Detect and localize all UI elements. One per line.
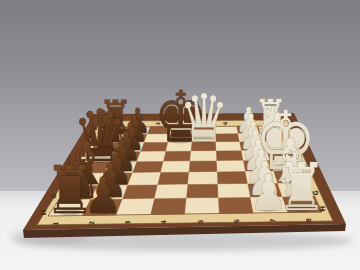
square-f5 [188,172,218,185]
square-e5 [189,161,217,172]
piece-brown-pawn-h2: ♟ [84,166,122,224]
square-g4 [155,185,188,199]
square-f4 [158,172,189,185]
piece-cream-rook-h8: ♜ [277,148,327,225]
piece-cream-queen-b5: ♛ [179,79,229,156]
square-e4 [161,161,190,172]
square-h4 [151,198,187,214]
rank-label-near: 3 [124,220,132,225]
rank-label-near: 5 [197,219,205,224]
square-g5 [187,184,219,198]
rank-label-near: 4 [160,220,168,225]
rank-label-near: 6 [233,219,241,224]
square-h5 [185,198,219,214]
chess-board-photo: 1122334455667788AABBCCDDEEFFGGHH♜♟♟♜♞♟♚♛… [0,0,360,270]
